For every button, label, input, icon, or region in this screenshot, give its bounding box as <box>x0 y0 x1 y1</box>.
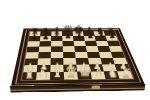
chess-set-photo: ♜♞♝♛♚♝♞♜♟♟♟♟♟♟♟♟♟♟♟♟♟♟♟♟♜♞♝♛♚♝♞♜ <box>0 0 150 100</box>
square-a7: ♟ <box>28 36 40 41</box>
white-rook-piece: ♜ <box>20 68 39 80</box>
scene: ♜♞♝♛♚♝♞♜♟♟♟♟♟♟♟♟♟♟♟♟♟♟♟♟♜♞♝♛♚♝♞♜ <box>0 0 150 100</box>
black-pawn-piece: ♟ <box>27 33 42 41</box>
chess-board: ♜♞♝♛♚♝♞♜♟♟♟♟♟♟♟♟♟♟♟♟♟♟♟♟♜♞♝♛♚♝♞♜ <box>11 28 144 86</box>
board-frame: ♜♞♝♛♚♝♞♜♟♟♟♟♟♟♟♟♟♟♟♟♟♟♟♟♜♞♝♛♚♝♞♜ <box>11 28 144 86</box>
square-a5 <box>27 47 40 53</box>
edge-seam-stripe <box>10 87 145 90</box>
board-front-edge <box>10 84 146 92</box>
board-grid: ♜♞♝♛♚♝♞♜♟♟♟♟♟♟♟♟♟♟♟♟♟♟♟♟♜♞♝♛♚♝♞♜ <box>21 31 135 81</box>
square-a1: ♜ <box>22 72 37 80</box>
square-b5 <box>39 46 51 52</box>
square-d5 <box>63 46 75 52</box>
